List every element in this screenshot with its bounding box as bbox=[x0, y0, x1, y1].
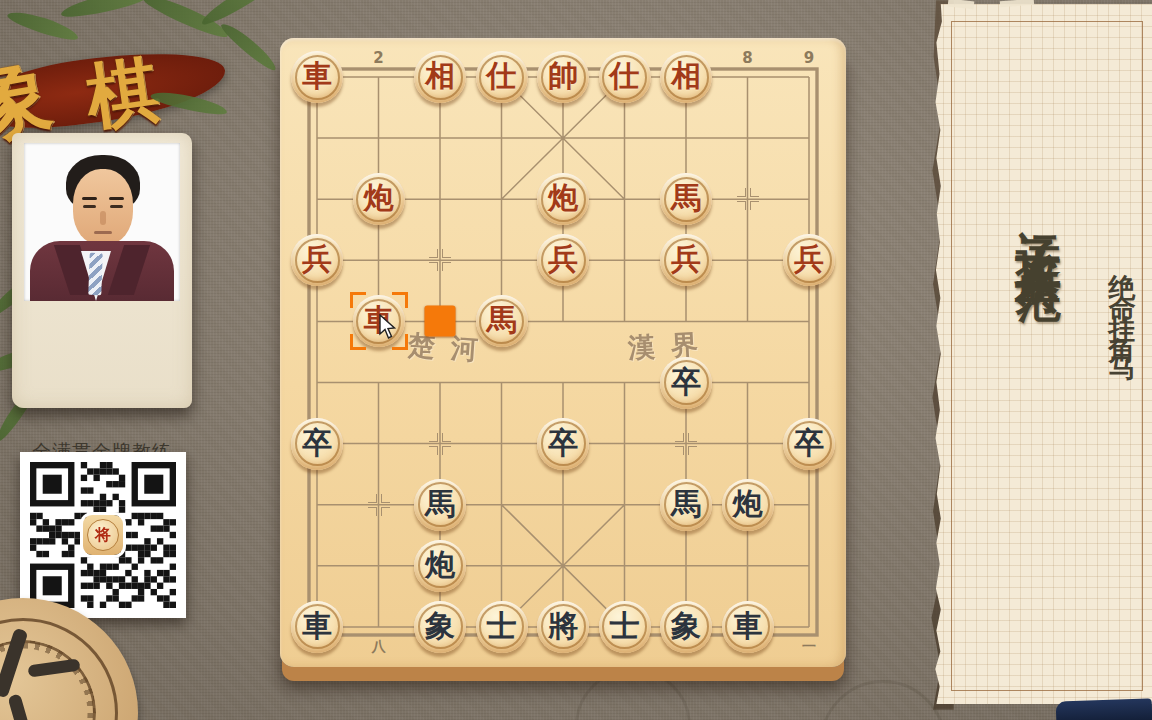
xiangqi-board[interactable]: 289八一 楚河 漢界 車相仕帥仕相炮炮馬兵兵兵兵車馬卒卒卒卒馬馬炮炮車象士將士… bbox=[280, 38, 846, 667]
piece-glyph: 兵 bbox=[671, 244, 701, 274]
piece-glyph: 馬 bbox=[671, 489, 701, 519]
piece-glyph: 馬 bbox=[671, 183, 701, 213]
piece-glyph: 相 bbox=[425, 61, 455, 91]
piece-red-兵[interactable]: 兵 bbox=[783, 234, 835, 286]
piece-red-車[interactable]: 車 bbox=[291, 51, 343, 103]
piece-glyph: 車 bbox=[302, 61, 332, 91]
app-logo: 象 棋 bbox=[0, 19, 264, 148]
piece-red-兵[interactable]: 兵 bbox=[537, 234, 589, 286]
piece-black-卒[interactable]: 卒 bbox=[783, 418, 835, 470]
piece-black-炮[interactable]: 炮 bbox=[722, 479, 774, 531]
coach-face bbox=[73, 169, 133, 245]
piece-red-相[interactable]: 相 bbox=[660, 51, 712, 103]
empty-point-cross bbox=[737, 188, 759, 210]
faint-fabric-ring bbox=[820, 680, 946, 720]
bamboo-leaf-icon bbox=[59, 0, 148, 21]
column-label-top-2: 2 bbox=[373, 49, 383, 67]
piece-red-炮[interactable]: 炮 bbox=[537, 173, 589, 225]
piece-black-卒[interactable]: 卒 bbox=[660, 357, 712, 409]
piece-black-將[interactable]: 將 bbox=[537, 601, 589, 653]
piece-red-相[interactable]: 相 bbox=[414, 51, 466, 103]
qr-code: 将 bbox=[20, 452, 186, 618]
piece-glyph: 炮 bbox=[425, 550, 455, 580]
piece-glyph: 象 bbox=[425, 611, 455, 641]
piece-glyph: 帥 bbox=[548, 61, 578, 91]
piece-glyph: 仕 bbox=[610, 61, 640, 91]
piece-black-炮[interactable]: 炮 bbox=[414, 540, 466, 592]
column-label-top-9: 9 bbox=[804, 49, 814, 67]
coach-photo bbox=[24, 143, 180, 301]
mouse-cursor bbox=[378, 314, 400, 340]
piece-black-車[interactable]: 車 bbox=[722, 601, 774, 653]
lesson-subtitle: 绝命挂角马 bbox=[1104, 252, 1140, 357]
piece-glyph: 相 bbox=[671, 61, 701, 91]
piece-glyph: 象 bbox=[671, 611, 701, 641]
piece-glyph: 炮 bbox=[364, 183, 394, 213]
faint-fabric-ring bbox=[575, 668, 691, 720]
piece-red-兵[interactable]: 兵 bbox=[291, 234, 343, 286]
piece-red-兵[interactable]: 兵 bbox=[660, 234, 712, 286]
empty-point-cross bbox=[368, 494, 390, 516]
piece-black-士[interactable]: 士 bbox=[476, 601, 528, 653]
piece-glyph: 士 bbox=[487, 611, 517, 641]
piece-black-馬[interactable]: 馬 bbox=[660, 479, 712, 531]
piece-glyph: 卒 bbox=[548, 428, 578, 458]
piece-red-馬[interactable]: 馬 bbox=[476, 295, 528, 347]
piece-red-炮[interactable]: 炮 bbox=[353, 173, 405, 225]
piece-red-帥[interactable]: 帥 bbox=[537, 51, 589, 103]
piece-black-象[interactable]: 象 bbox=[660, 601, 712, 653]
piece-glyph: 炮 bbox=[733, 489, 763, 519]
piece-glyph: 炮 bbox=[548, 183, 578, 213]
screen: 象 棋 全满贯金牌教练 张强 将 bbox=[0, 0, 1152, 720]
empty-point-cross bbox=[675, 433, 697, 455]
piece-black-卒[interactable]: 卒 bbox=[537, 418, 589, 470]
qr-piece-icon: 将 bbox=[87, 519, 119, 551]
last-move-origin-marker bbox=[425, 306, 456, 337]
empty-point-cross bbox=[429, 433, 451, 455]
piece-glyph: 卒 bbox=[671, 367, 701, 397]
piece-glyph: 兵 bbox=[548, 244, 578, 274]
piece-glyph: 將 bbox=[548, 611, 578, 641]
piece-glyph: 兵 bbox=[302, 244, 332, 274]
column-label-bottom: 八 bbox=[372, 638, 386, 656]
piece-red-仕[interactable]: 仕 bbox=[476, 51, 528, 103]
piece-glyph: 車 bbox=[733, 611, 763, 641]
piece-black-士[interactable]: 士 bbox=[599, 601, 651, 653]
piece-black-象[interactable]: 象 bbox=[414, 601, 466, 653]
coach-card: 全满贯金牌教练 张强 bbox=[12, 133, 192, 408]
lesson-paper-panel: 运子攻杀典范 绝命挂角马 bbox=[932, 4, 1152, 704]
piece-glyph: 馬 bbox=[425, 489, 455, 519]
piece-red-仕[interactable]: 仕 bbox=[599, 51, 651, 103]
piece-glyph: 卒 bbox=[302, 428, 332, 458]
piece-black-車[interactable]: 車 bbox=[291, 601, 343, 653]
piece-black-馬[interactable]: 馬 bbox=[414, 479, 466, 531]
lesson-title: 运子攻杀典范 bbox=[1008, 194, 1070, 248]
empty-point-cross bbox=[429, 249, 451, 271]
qr-center-logo: 将 bbox=[83, 515, 123, 555]
piece-glyph: 士 bbox=[610, 611, 640, 641]
piece-glyph: 卒 bbox=[794, 428, 824, 458]
board-grid bbox=[280, 38, 846, 667]
piece-glyph: 車 bbox=[302, 611, 332, 641]
piece-glyph: 馬 bbox=[487, 305, 517, 335]
decor-dark-object bbox=[1056, 698, 1152, 720]
piece-glyph: 仕 bbox=[487, 61, 517, 91]
piece-black-卒[interactable]: 卒 bbox=[291, 418, 343, 470]
coach-tie bbox=[88, 253, 102, 295]
piece-red-馬[interactable]: 馬 bbox=[660, 173, 712, 225]
column-label-top-8: 8 bbox=[742, 49, 752, 67]
column-label-bottom: 一 bbox=[802, 638, 816, 656]
piece-glyph: 兵 bbox=[794, 244, 824, 274]
